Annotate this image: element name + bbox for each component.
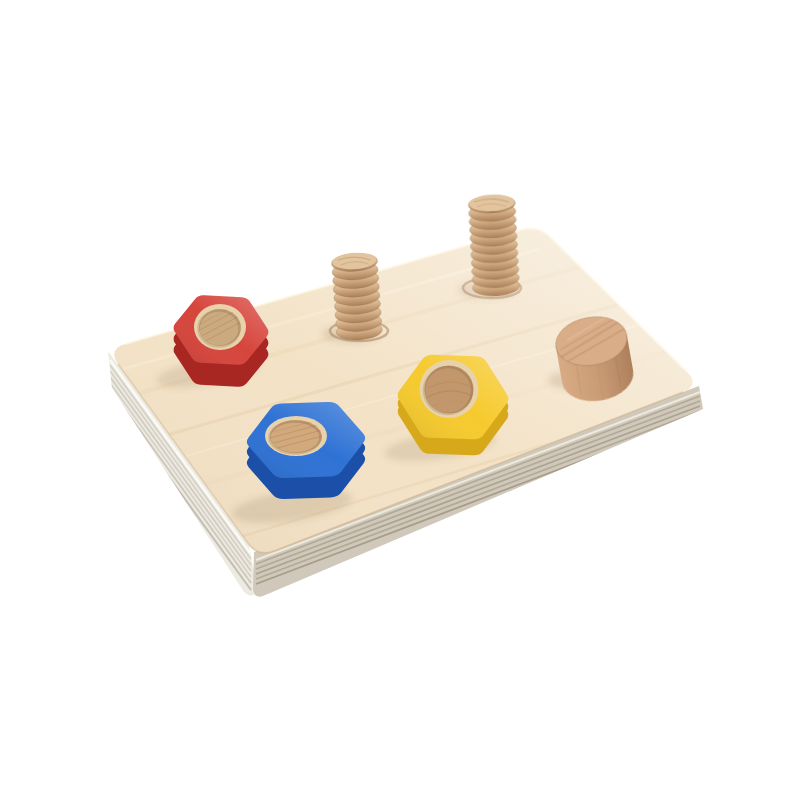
threaded-bolt-short: [331, 252, 383, 342]
threaded-bolt-tall: [468, 194, 520, 297]
nuts-and-bolts-board-photo: [0, 0, 800, 800]
product-photo-stage: [0, 0, 800, 800]
